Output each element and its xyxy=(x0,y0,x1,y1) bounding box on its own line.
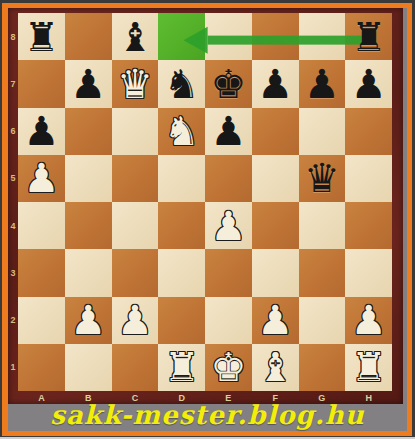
square-d5[interactable] xyxy=(158,155,205,202)
piece-black-bishop[interactable]: ♝ xyxy=(117,17,153,57)
square-h3[interactable] xyxy=(345,249,392,296)
square-h6[interactable] xyxy=(345,108,392,155)
square-d8[interactable] xyxy=(158,13,205,60)
square-f2[interactable]: ♟ xyxy=(252,297,299,344)
piece-black-queen[interactable]: ♛ xyxy=(304,158,340,198)
square-b8[interactable] xyxy=(65,13,112,60)
square-h8[interactable]: ♜ xyxy=(345,13,392,60)
rank-label-2: 2 xyxy=(8,297,18,344)
rank-label-8: 8 xyxy=(8,13,18,60)
piece-black-pawn[interactable]: ♟ xyxy=(70,64,106,104)
square-f3[interactable] xyxy=(252,249,299,296)
square-h2[interactable]: ♟ xyxy=(345,297,392,344)
square-g1[interactable] xyxy=(299,344,346,391)
rank-label-1: 1 xyxy=(8,344,18,391)
square-e8[interactable] xyxy=(205,13,252,60)
square-c1[interactable] xyxy=(112,344,159,391)
square-a4[interactable] xyxy=(18,202,65,249)
piece-black-pawn[interactable]: ♟ xyxy=(210,111,246,151)
screenshot-root: 87654321 ABCDEFGH ♜♝♜♟♛♞♚♟♟♟♟♞♟♟♛♟♟♟♟♟♜♚… xyxy=(0,0,415,439)
piece-black-pawn[interactable]: ♟ xyxy=(257,64,293,104)
square-b1[interactable] xyxy=(65,344,112,391)
chess-board: ♜♝♜♟♛♞♚♟♟♟♟♞♟♟♛♟♟♟♟♟♜♚♝♜ xyxy=(18,13,392,391)
square-d1[interactable]: ♜ xyxy=(158,344,205,391)
square-a7[interactable] xyxy=(18,60,65,107)
square-c8[interactable]: ♝ xyxy=(112,13,159,60)
square-h4[interactable] xyxy=(345,202,392,249)
square-f4[interactable] xyxy=(252,202,299,249)
square-d3[interactable] xyxy=(158,249,205,296)
piece-white-king[interactable]: ♚ xyxy=(210,347,246,387)
square-h1[interactable]: ♜ xyxy=(345,344,392,391)
square-e5[interactable] xyxy=(205,155,252,202)
square-g7[interactable]: ♟ xyxy=(299,60,346,107)
square-g5[interactable]: ♛ xyxy=(299,155,346,202)
square-h5[interactable] xyxy=(345,155,392,202)
rank-label-7: 7 xyxy=(8,60,18,107)
piece-white-knight[interactable]: ♞ xyxy=(164,111,200,151)
square-b4[interactable] xyxy=(65,202,112,249)
piece-white-pawn[interactable]: ♟ xyxy=(351,300,387,340)
square-e2[interactable] xyxy=(205,297,252,344)
rank-label-3: 3 xyxy=(8,249,18,296)
piece-white-rook[interactable]: ♜ xyxy=(351,347,387,387)
square-c7[interactable]: ♛ xyxy=(112,60,159,107)
square-b5[interactable] xyxy=(65,155,112,202)
square-a6[interactable]: ♟ xyxy=(18,108,65,155)
square-c2[interactable]: ♟ xyxy=(112,297,159,344)
square-d6[interactable]: ♞ xyxy=(158,108,205,155)
square-e3[interactable] xyxy=(205,249,252,296)
piece-white-pawn[interactable]: ♟ xyxy=(117,300,153,340)
square-d7[interactable]: ♞ xyxy=(158,60,205,107)
square-b7[interactable]: ♟ xyxy=(65,60,112,107)
piece-white-pawn[interactable]: ♟ xyxy=(23,158,59,198)
piece-black-pawn[interactable]: ♟ xyxy=(304,64,340,104)
watermark-text: sakk-mester.blog.hu xyxy=(8,401,407,429)
square-f1[interactable]: ♝ xyxy=(252,344,299,391)
rank-label-4: 4 xyxy=(8,202,18,249)
square-g4[interactable] xyxy=(299,202,346,249)
square-g2[interactable] xyxy=(299,297,346,344)
square-g8[interactable] xyxy=(299,13,346,60)
square-d4[interactable] xyxy=(158,202,205,249)
square-a3[interactable] xyxy=(18,249,65,296)
chess-board-frame: 87654321 ABCDEFGH ♜♝♜♟♛♞♚♟♟♟♟♞♟♟♛♟♟♟♟♟♜♚… xyxy=(8,8,403,404)
square-b6[interactable] xyxy=(65,108,112,155)
piece-black-rook[interactable]: ♜ xyxy=(23,17,59,57)
rank-labels: 87654321 xyxy=(8,13,18,391)
square-a8[interactable]: ♜ xyxy=(18,13,65,60)
square-d2[interactable] xyxy=(158,297,205,344)
square-e4[interactable]: ♟ xyxy=(205,202,252,249)
square-f5[interactable] xyxy=(252,155,299,202)
piece-black-pawn[interactable]: ♟ xyxy=(23,111,59,151)
square-e6[interactable]: ♟ xyxy=(205,108,252,155)
square-g3[interactable] xyxy=(299,249,346,296)
square-c6[interactable] xyxy=(112,108,159,155)
square-a5[interactable]: ♟ xyxy=(18,155,65,202)
square-c3[interactable] xyxy=(112,249,159,296)
piece-white-pawn[interactable]: ♟ xyxy=(70,300,106,340)
piece-black-king[interactable]: ♚ xyxy=(210,64,246,104)
rank-label-5: 5 xyxy=(8,155,18,202)
square-g6[interactable] xyxy=(299,108,346,155)
square-c4[interactable] xyxy=(112,202,159,249)
square-e1[interactable]: ♚ xyxy=(205,344,252,391)
piece-black-rook[interactable]: ♜ xyxy=(351,17,387,57)
piece-white-pawn[interactable]: ♟ xyxy=(257,300,293,340)
square-e7[interactable]: ♚ xyxy=(205,60,252,107)
square-b2[interactable]: ♟ xyxy=(65,297,112,344)
square-h7[interactable]: ♟ xyxy=(345,60,392,107)
piece-white-queen[interactable]: ♛ xyxy=(117,64,153,104)
square-b3[interactable] xyxy=(65,249,112,296)
rank-label-6: 6 xyxy=(8,108,18,155)
piece-black-pawn[interactable]: ♟ xyxy=(351,64,387,104)
square-c5[interactable] xyxy=(112,155,159,202)
piece-black-knight[interactable]: ♞ xyxy=(164,64,200,104)
square-a2[interactable] xyxy=(18,297,65,344)
square-a1[interactable] xyxy=(18,344,65,391)
square-f8[interactable] xyxy=(252,13,299,60)
square-f7[interactable]: ♟ xyxy=(252,60,299,107)
piece-white-rook[interactable]: ♜ xyxy=(164,347,200,387)
piece-white-bishop[interactable]: ♝ xyxy=(257,347,293,387)
square-f6[interactable] xyxy=(252,108,299,155)
piece-white-pawn[interactable]: ♟ xyxy=(210,206,246,246)
